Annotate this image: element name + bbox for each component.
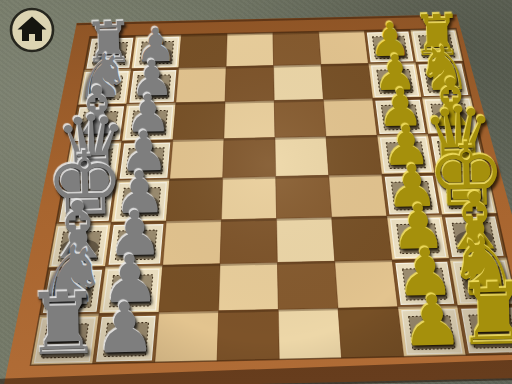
square-d4[interactable] xyxy=(222,138,276,178)
square-d6[interactable] xyxy=(326,135,382,175)
square-a4[interactable] xyxy=(225,33,273,67)
square-c3[interactable] xyxy=(172,102,226,140)
square-g5[interactable] xyxy=(277,261,338,309)
square-b5[interactable] xyxy=(273,64,323,100)
square-a6[interactable] xyxy=(319,30,369,64)
square-a5[interactable] xyxy=(273,31,321,65)
square-e3[interactable] xyxy=(165,178,223,221)
chess-app-screen: ♜♟♟♜♞♟♟♞♝♟♟♝♛♟♟♛♚♟♟♚♝♟♟♝♞♟♟♞♜♟♟♜ xyxy=(0,0,512,384)
square-c6[interactable] xyxy=(323,98,377,136)
square-g3[interactable] xyxy=(158,264,221,312)
square-h5[interactable] xyxy=(278,308,341,359)
square-g6[interactable] xyxy=(335,260,398,308)
piece-white-rook-h1[interactable]: ♜ xyxy=(24,282,102,369)
square-h3[interactable] xyxy=(154,311,220,362)
square-f4[interactable] xyxy=(219,219,277,264)
square-c4[interactable] xyxy=(223,101,275,139)
square-g4[interactable] xyxy=(218,263,279,311)
square-d3[interactable] xyxy=(169,139,225,179)
square-e6[interactable] xyxy=(329,174,387,217)
piece-black-rook-h8[interactable]: ♜ xyxy=(455,272,512,359)
square-b6[interactable] xyxy=(321,63,373,99)
square-f5[interactable] xyxy=(276,217,334,262)
home-button[interactable] xyxy=(7,5,57,55)
square-e4[interactable] xyxy=(221,177,277,220)
square-f3[interactable] xyxy=(162,220,223,265)
square-h6[interactable] xyxy=(338,307,404,358)
square-f6[interactable] xyxy=(332,216,392,261)
square-c5[interactable] xyxy=(274,99,326,137)
home-icon xyxy=(7,5,57,55)
piece-white-pawn-h2[interactable]: ♟ xyxy=(93,293,157,364)
square-b3[interactable] xyxy=(175,67,227,103)
square-a3[interactable] xyxy=(178,34,228,68)
square-h4[interactable] xyxy=(216,310,280,361)
square-b4[interactable] xyxy=(224,66,274,102)
square-d5[interactable] xyxy=(275,136,329,176)
board-tilt-wrapper: ♜♟♟♜♞♟♟♞♝♟♟♝♛♟♟♛♚♟♟♚♝♟♟♝♞♟♟♞♜♟♟♜ xyxy=(0,0,512,384)
square-e5[interactable] xyxy=(276,175,332,218)
